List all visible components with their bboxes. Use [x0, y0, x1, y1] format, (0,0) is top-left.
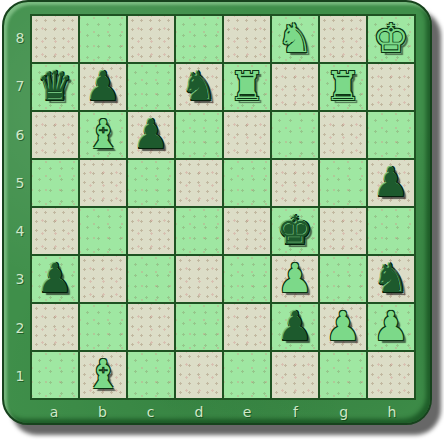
piece-black-pawn[interactable]: ♟	[85, 64, 121, 108]
piece-white-rook[interactable]: ♜	[325, 64, 361, 108]
square-c2[interactable]	[128, 304, 174, 350]
square-a1[interactable]	[32, 352, 78, 398]
square-a3[interactable]: ♟	[32, 256, 78, 302]
rank-label-8: 8	[10, 14, 30, 62]
square-h7[interactable]	[368, 64, 414, 110]
square-h5[interactable]: ♟	[368, 160, 414, 206]
square-g7[interactable]: ♜	[320, 64, 366, 110]
square-h6[interactable]	[368, 112, 414, 158]
piece-black-queen[interactable]: ♛	[37, 64, 73, 108]
file-label-a: a	[30, 400, 78, 423]
square-c7[interactable]	[128, 64, 174, 110]
rank-label-3: 3	[10, 255, 30, 303]
square-f7[interactable]	[272, 64, 318, 110]
square-e7[interactable]: ♜	[224, 64, 270, 110]
piece-white-bishop[interactable]: ♝	[85, 352, 121, 396]
square-d7[interactable]: ♞	[176, 64, 222, 110]
rank-label-4: 4	[10, 207, 30, 255]
square-f3[interactable]: ♟	[272, 256, 318, 302]
piece-white-knight[interactable]: ♞	[277, 16, 313, 60]
square-a4[interactable]	[32, 208, 78, 254]
square-b2[interactable]	[80, 304, 126, 350]
piece-white-bishop[interactable]: ♝	[85, 112, 121, 156]
file-label-b: b	[78, 400, 126, 423]
square-g5[interactable]	[320, 160, 366, 206]
square-a2[interactable]	[32, 304, 78, 350]
square-f5[interactable]	[272, 160, 318, 206]
square-g8[interactable]	[320, 16, 366, 62]
square-g6[interactable]	[320, 112, 366, 158]
square-g4[interactable]	[320, 208, 366, 254]
square-d2[interactable]	[176, 304, 222, 350]
file-label-e: e	[223, 400, 271, 423]
file-label-d: d	[175, 400, 223, 423]
square-c5[interactable]	[128, 160, 174, 206]
square-f8[interactable]: ♞	[272, 16, 318, 62]
piece-black-pawn[interactable]: ♟	[277, 304, 313, 348]
square-e5[interactable]	[224, 160, 270, 206]
square-d6[interactable]	[176, 112, 222, 158]
square-c6[interactable]: ♟	[128, 112, 174, 158]
rank-label-7: 7	[10, 62, 30, 110]
piece-white-king[interactable]: ♚	[373, 16, 409, 60]
piece-black-pawn[interactable]: ♟	[37, 256, 73, 300]
piece-white-rook[interactable]: ♜	[229, 64, 265, 108]
square-c8[interactable]	[128, 16, 174, 62]
square-e2[interactable]	[224, 304, 270, 350]
square-b3[interactable]	[80, 256, 126, 302]
piece-white-pawn[interactable]: ♟	[277, 256, 313, 300]
rank-label-6: 6	[10, 111, 30, 159]
file-label-f: f	[271, 400, 319, 423]
square-e1[interactable]	[224, 352, 270, 398]
square-b5[interactable]	[80, 160, 126, 206]
file-label-c: c	[127, 400, 175, 423]
piece-black-knight[interactable]: ♞	[181, 64, 217, 108]
square-b7[interactable]: ♟	[80, 64, 126, 110]
square-e6[interactable]	[224, 112, 270, 158]
piece-black-pawn[interactable]: ♟	[133, 112, 169, 156]
square-c4[interactable]	[128, 208, 174, 254]
file-labels: abcdefgh	[30, 400, 416, 423]
square-a6[interactable]	[32, 112, 78, 158]
rank-labels: 87654321	[10, 14, 30, 400]
piece-white-pawn[interactable]: ♟	[373, 304, 409, 348]
square-b1[interactable]: ♝	[80, 352, 126, 398]
square-e8[interactable]	[224, 16, 270, 62]
file-label-h: h	[368, 400, 416, 423]
square-e3[interactable]	[224, 256, 270, 302]
board-frame: 87654321 ♞♚♛♟♞♜♜♝♟♟♚♟♟♞♟♟♟♝ abcdefgh	[2, 0, 432, 425]
board: ♞♚♛♟♞♜♜♝♟♟♚♟♟♞♟♟♟♝	[30, 14, 416, 400]
rank-label-1: 1	[10, 352, 30, 400]
square-d1[interactable]	[176, 352, 222, 398]
square-d8[interactable]	[176, 16, 222, 62]
square-a5[interactable]	[32, 160, 78, 206]
square-f6[interactable]	[272, 112, 318, 158]
square-h2[interactable]: ♟	[368, 304, 414, 350]
square-b4[interactable]	[80, 208, 126, 254]
square-g1[interactable]	[320, 352, 366, 398]
piece-black-king[interactable]: ♚	[277, 208, 313, 252]
square-a8[interactable]	[32, 16, 78, 62]
square-f2[interactable]: ♟	[272, 304, 318, 350]
rank-label-5: 5	[10, 159, 30, 207]
square-b8[interactable]	[80, 16, 126, 62]
square-c3[interactable]	[128, 256, 174, 302]
piece-white-pawn[interactable]: ♟	[325, 304, 361, 348]
piece-black-knight[interactable]: ♞	[373, 256, 409, 300]
square-g3[interactable]	[320, 256, 366, 302]
square-c1[interactable]	[128, 352, 174, 398]
square-g2[interactable]: ♟	[320, 304, 366, 350]
square-a7[interactable]: ♛	[32, 64, 78, 110]
file-label-g: g	[320, 400, 368, 423]
rank-label-2: 2	[10, 304, 30, 352]
piece-black-pawn[interactable]: ♟	[373, 160, 409, 204]
square-d5[interactable]	[176, 160, 222, 206]
square-h4[interactable]	[368, 208, 414, 254]
square-d3[interactable]	[176, 256, 222, 302]
square-h8[interactable]: ♚	[368, 16, 414, 62]
square-e4[interactable]	[224, 208, 270, 254]
square-f4[interactable]: ♚	[272, 208, 318, 254]
square-h3[interactable]: ♞	[368, 256, 414, 302]
square-b6[interactable]: ♝	[80, 112, 126, 158]
square-d4[interactable]	[176, 208, 222, 254]
square-h1[interactable]	[368, 352, 414, 398]
square-f1[interactable]	[272, 352, 318, 398]
